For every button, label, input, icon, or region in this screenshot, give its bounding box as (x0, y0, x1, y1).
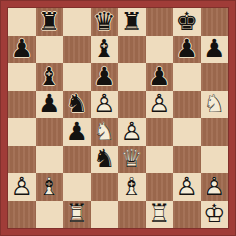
square-a2[interactable]: ♟♙ (8, 173, 36, 201)
square-b7[interactable] (36, 36, 64, 64)
square-e2[interactable]: ♝♗ (118, 173, 146, 201)
square-h3[interactable] (201, 146, 229, 174)
square-d3[interactable]: ♞ (91, 146, 119, 174)
square-g5[interactable] (173, 91, 201, 119)
square-h5[interactable]: ♞♘ (201, 91, 229, 119)
square-c1[interactable]: ♜♖ (63, 201, 91, 229)
square-f8[interactable] (146, 8, 174, 36)
white-pawn-icon: ♟♙ (8, 173, 36, 201)
white-pawn-icon: ♟♙ (91, 91, 119, 119)
black-bishop-icon: ♝ (36, 63, 64, 91)
square-f5[interactable]: ♟♙ (146, 91, 174, 119)
square-a3[interactable] (8, 146, 36, 174)
square-f7[interactable] (146, 36, 174, 64)
square-e1[interactable] (118, 201, 146, 229)
white-king-icon: ♚♔ (201, 201, 229, 229)
black-pawn-icon: ♟ (146, 63, 174, 91)
square-b5[interactable]: ♟ (36, 91, 64, 119)
square-e4[interactable]: ♟♙ (118, 118, 146, 146)
square-c4[interactable]: ♟ (63, 118, 91, 146)
square-d5[interactable]: ♟♙ (91, 91, 119, 119)
chess-board-frame: ♜♛♜♚♟♝♟♟♝♟♟♟♞♟♙♟♙♞♘♟♞♘♟♙♞♛♕♟♙♝♗♝♗♟♙♟♙♜♖♜… (0, 0, 236, 236)
square-d4[interactable]: ♞♘ (91, 118, 119, 146)
square-g2[interactable]: ♟♙ (173, 173, 201, 201)
square-g1[interactable] (173, 201, 201, 229)
square-f4[interactable] (146, 118, 174, 146)
white-pawn-icon: ♟♙ (146, 91, 174, 119)
square-e8[interactable]: ♜ (118, 8, 146, 36)
white-rook-icon: ♜♖ (146, 201, 174, 229)
square-h1[interactable]: ♚♔ (201, 201, 229, 229)
square-a5[interactable] (8, 91, 36, 119)
black-king-icon: ♚ (173, 8, 201, 36)
square-e7[interactable] (118, 36, 146, 64)
white-knight-icon: ♞♘ (91, 118, 119, 146)
square-f3[interactable] (146, 146, 174, 174)
square-f6[interactable]: ♟ (146, 63, 174, 91)
square-g6[interactable] (173, 63, 201, 91)
square-e5[interactable] (118, 91, 146, 119)
square-d8[interactable]: ♛ (91, 8, 119, 36)
white-pawn-icon: ♟♙ (201, 173, 229, 201)
square-a7[interactable]: ♟ (8, 36, 36, 64)
square-b6[interactable]: ♝ (36, 63, 64, 91)
square-a4[interactable] (8, 118, 36, 146)
square-d2[interactable] (91, 173, 119, 201)
black-pawn-icon: ♟ (201, 36, 229, 64)
square-h4[interactable] (201, 118, 229, 146)
white-rook-icon: ♜♖ (63, 201, 91, 229)
white-pawn-icon: ♟♙ (173, 173, 201, 201)
black-queen-icon: ♛ (91, 8, 119, 36)
black-pawn-icon: ♟ (91, 63, 119, 91)
black-pawn-icon: ♟ (36, 91, 64, 119)
square-h2[interactable]: ♟♙ (201, 173, 229, 201)
square-c8[interactable] (63, 8, 91, 36)
square-a8[interactable] (8, 8, 36, 36)
chess-board: ♜♛♜♚♟♝♟♟♝♟♟♟♞♟♙♟♙♞♘♟♞♘♟♙♞♛♕♟♙♝♗♝♗♟♙♟♙♜♖♜… (8, 8, 228, 228)
black-pawn-icon: ♟ (173, 36, 201, 64)
square-b1[interactable] (36, 201, 64, 229)
square-c7[interactable] (63, 36, 91, 64)
square-b4[interactable] (36, 118, 64, 146)
black-rook-icon: ♜ (118, 8, 146, 36)
square-h8[interactable] (201, 8, 229, 36)
white-queen-icon: ♛♕ (118, 146, 146, 174)
square-f2[interactable] (146, 173, 174, 201)
square-g3[interactable] (173, 146, 201, 174)
square-b2[interactable]: ♝♗ (36, 173, 64, 201)
black-pawn-icon: ♟ (63, 118, 91, 146)
square-c3[interactable] (63, 146, 91, 174)
square-d7[interactable]: ♝ (91, 36, 119, 64)
white-pawn-icon: ♟♙ (118, 118, 146, 146)
white-bishop-icon: ♝♗ (118, 173, 146, 201)
square-d1[interactable] (91, 201, 119, 229)
black-pawn-icon: ♟ (8, 36, 36, 64)
square-g7[interactable]: ♟ (173, 36, 201, 64)
square-c6[interactable] (63, 63, 91, 91)
black-knight-icon: ♞ (91, 146, 119, 174)
square-d6[interactable]: ♟ (91, 63, 119, 91)
square-b3[interactable] (36, 146, 64, 174)
square-f1[interactable]: ♜♖ (146, 201, 174, 229)
white-bishop-icon: ♝♗ (36, 173, 64, 201)
square-g4[interactable] (173, 118, 201, 146)
square-g8[interactable]: ♚ (173, 8, 201, 36)
square-h6[interactable] (201, 63, 229, 91)
black-bishop-icon: ♝ (91, 36, 119, 64)
square-e3[interactable]: ♛♕ (118, 146, 146, 174)
black-rook-icon: ♜ (36, 8, 64, 36)
square-c2[interactable] (63, 173, 91, 201)
square-h7[interactable]: ♟ (201, 36, 229, 64)
square-a6[interactable] (8, 63, 36, 91)
black-knight-icon: ♞ (63, 91, 91, 119)
white-knight-icon: ♞♘ (201, 91, 229, 119)
square-e6[interactable] (118, 63, 146, 91)
square-a1[interactable] (8, 201, 36, 229)
square-c5[interactable]: ♞ (63, 91, 91, 119)
square-b8[interactable]: ♜ (36, 8, 64, 36)
